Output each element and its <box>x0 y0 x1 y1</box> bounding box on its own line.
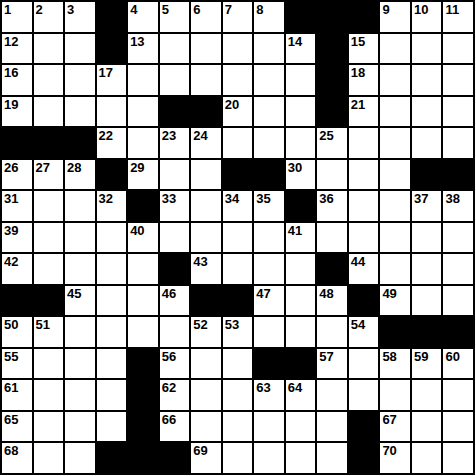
cell-r6c10[interactable]: 30 <box>286 160 316 190</box>
cell-r14c15[interactable] <box>443 412 473 442</box>
cell-r15c8[interactable] <box>223 443 253 473</box>
cell-r5c14[interactable] <box>412 128 442 158</box>
cell-r9c7[interactable]: 43 <box>191 254 221 284</box>
cell-r15c7[interactable]: 69 <box>191 443 221 473</box>
cell-r5c6[interactable]: 23 <box>160 128 190 158</box>
cell-r9c4[interactable] <box>97 254 127 284</box>
cell-r14c2[interactable] <box>34 412 64 442</box>
black-cell-r2c11 <box>317 34 347 64</box>
cell-r13c1[interactable]: 61 <box>2 380 32 410</box>
cell-r13c4[interactable] <box>97 380 127 410</box>
cell-r12c1[interactable]: 55 <box>2 349 32 379</box>
cell-r5c4[interactable]: 22 <box>97 128 127 158</box>
cell-r13c3[interactable] <box>65 380 95 410</box>
cell-r11c10[interactable] <box>286 317 316 347</box>
clue-number: 66 <box>162 412 176 427</box>
crossword-puzzle: 1234567891011121314151617181920212223242… <box>0 0 475 475</box>
black-cell-r12c5 <box>128 349 158 379</box>
cell-r14c11[interactable] <box>317 412 347 442</box>
cell-r2c5[interactable]: 13 <box>128 34 158 64</box>
cell-r2c1[interactable]: 12 <box>2 34 32 64</box>
cell-r5c9[interactable] <box>254 128 284 158</box>
black-cell-r10c7 <box>191 286 221 316</box>
black-cell-r1c12 <box>349 2 379 32</box>
cell-r3c5[interactable] <box>128 65 158 95</box>
cell-r10c4[interactable] <box>97 286 127 316</box>
clue-number: 61 <box>4 380 18 395</box>
clue-number: 41 <box>288 223 302 238</box>
clue-number: 12 <box>4 34 18 49</box>
black-cell-r4c11 <box>317 97 347 127</box>
cell-r8c14[interactable] <box>412 223 442 253</box>
cell-r14c13[interactable]: 67 <box>380 412 410 442</box>
cell-r3c2[interactable] <box>34 65 64 95</box>
cell-r4c10[interactable] <box>286 97 316 127</box>
clue-number: 29 <box>130 160 144 175</box>
cell-r14c10[interactable] <box>286 412 316 442</box>
cell-r4c4[interactable] <box>97 97 127 127</box>
black-cell-r15c5 <box>128 443 158 473</box>
clue-number: 21 <box>351 97 365 112</box>
black-cell-r11c13 <box>380 317 410 347</box>
clue-number: 50 <box>4 317 18 332</box>
cell-r15c2[interactable] <box>34 443 64 473</box>
black-cell-r14c5 <box>128 412 158 442</box>
cell-r10c10[interactable] <box>286 286 316 316</box>
cell-r11c6[interactable] <box>160 317 190 347</box>
clue-number: 3 <box>67 2 74 17</box>
clue-number: 69 <box>193 443 207 458</box>
cell-r10c3[interactable]: 45 <box>65 286 95 316</box>
cell-r13c8[interactable] <box>223 380 253 410</box>
cell-r3c3[interactable] <box>65 65 95 95</box>
cell-r7c8[interactable]: 34 <box>223 191 253 221</box>
cell-r9c2[interactable] <box>34 254 64 284</box>
cell-r15c13[interactable]: 70 <box>380 443 410 473</box>
cell-r14c3[interactable] <box>65 412 95 442</box>
cell-r3c13[interactable] <box>380 65 410 95</box>
clue-number: 70 <box>382 443 396 458</box>
cell-r9c8[interactable] <box>223 254 253 284</box>
cell-r6c5[interactable]: 29 <box>128 160 158 190</box>
cell-r11c2[interactable]: 51 <box>34 317 64 347</box>
cell-r7c15[interactable]: 38 <box>443 191 473 221</box>
black-cell-r10c1 <box>2 286 32 316</box>
clue-number: 23 <box>162 128 176 143</box>
clue-number: 40 <box>130 223 144 238</box>
clue-number: 48 <box>319 286 333 301</box>
cell-r12c8[interactable] <box>223 349 253 379</box>
cell-r14c8[interactable] <box>223 412 253 442</box>
cell-r6c12[interactable] <box>349 160 379 190</box>
clue-number: 22 <box>99 128 113 143</box>
clue-number: 4 <box>130 2 137 17</box>
cell-r1c3[interactable]: 3 <box>65 2 95 32</box>
cell-r5c5[interactable] <box>128 128 158 158</box>
cell-r2c15[interactable] <box>443 34 473 64</box>
black-cell-r15c4 <box>97 443 127 473</box>
clue-number: 33 <box>162 191 176 206</box>
black-cell-r9c6 <box>160 254 190 284</box>
cell-r3c10[interactable] <box>286 65 316 95</box>
cell-r9c9[interactable] <box>254 254 284 284</box>
clue-number: 32 <box>99 191 113 206</box>
clue-number: 43 <box>193 254 207 269</box>
cell-r12c3[interactable] <box>65 349 95 379</box>
black-cell-r5c1 <box>2 128 32 158</box>
clue-number: 6 <box>193 2 200 17</box>
cell-r12c7[interactable] <box>191 349 221 379</box>
cell-r8c12[interactable] <box>349 223 379 253</box>
clue-number: 38 <box>445 191 459 206</box>
cell-r4c15[interactable] <box>443 97 473 127</box>
clue-number: 13 <box>130 34 144 49</box>
cell-r11c4[interactable] <box>97 317 127 347</box>
cell-r14c4[interactable] <box>97 412 127 442</box>
clue-number: 53 <box>225 317 239 332</box>
cell-r4c8[interactable]: 20 <box>223 97 253 127</box>
cell-r2c3[interactable] <box>65 34 95 64</box>
cell-r5c15[interactable] <box>443 128 473 158</box>
cell-r5c7[interactable]: 24 <box>191 128 221 158</box>
crossword-grid: 1234567891011121314151617181920212223242… <box>0 0 475 475</box>
clue-number: 7 <box>225 2 232 17</box>
cell-r2c7[interactable] <box>191 34 221 64</box>
clue-number: 55 <box>4 349 18 364</box>
clue-number: 58 <box>382 349 396 364</box>
cell-r2c6[interactable] <box>160 34 190 64</box>
clue-number: 67 <box>382 412 396 427</box>
black-cell-r15c6 <box>160 443 190 473</box>
cell-r12c12[interactable] <box>349 349 379 379</box>
cell-r2c10[interactable]: 14 <box>286 34 316 64</box>
cell-r11c5[interactable] <box>128 317 158 347</box>
black-cell-r4c6 <box>160 97 190 127</box>
cell-r12c15[interactable]: 60 <box>443 349 473 379</box>
cell-r10c6[interactable]: 46 <box>160 286 190 316</box>
cell-r1c2[interactable]: 2 <box>34 2 64 32</box>
cell-r5c8[interactable] <box>223 128 253 158</box>
black-cell-r10c8 <box>223 286 253 316</box>
cell-r11c7[interactable]: 52 <box>191 317 221 347</box>
clue-number: 59 <box>414 349 428 364</box>
cell-r15c9[interactable] <box>254 443 284 473</box>
black-cell-r10c2 <box>34 286 64 316</box>
cell-r9c1[interactable]: 42 <box>2 254 32 284</box>
cell-r8c1[interactable]: 39 <box>2 223 32 253</box>
cell-r10c15[interactable] <box>443 286 473 316</box>
cell-r7c11[interactable]: 36 <box>317 191 347 221</box>
clue-number: 8 <box>256 2 263 17</box>
black-cell-r1c11 <box>317 2 347 32</box>
cell-r3c6[interactable] <box>160 65 190 95</box>
cell-r1c1[interactable]: 1 <box>2 2 32 32</box>
cell-r3c8[interactable] <box>223 65 253 95</box>
cell-r6c2[interactable]: 27 <box>34 160 64 190</box>
cell-r8c6[interactable] <box>160 223 190 253</box>
cell-r12c13[interactable]: 58 <box>380 349 410 379</box>
black-cell-r6c8 <box>223 160 253 190</box>
clue-number: 54 <box>351 317 365 332</box>
black-cell-r5c3 <box>65 128 95 158</box>
clue-number: 18 <box>351 65 365 80</box>
cell-r10c11[interactable]: 48 <box>317 286 347 316</box>
black-cell-r9c11 <box>317 254 347 284</box>
cell-r9c13[interactable] <box>380 254 410 284</box>
clue-number: 64 <box>288 380 302 395</box>
clue-number: 51 <box>36 317 50 332</box>
cell-r10c14[interactable] <box>412 286 442 316</box>
cell-r2c2[interactable] <box>34 34 64 64</box>
cell-r12c2[interactable] <box>34 349 64 379</box>
clue-number: 25 <box>319 128 333 143</box>
cell-r11c1[interactable]: 50 <box>2 317 32 347</box>
cell-r14c14[interactable] <box>412 412 442 442</box>
clue-number: 47 <box>256 286 270 301</box>
cell-r12c4[interactable] <box>97 349 127 379</box>
cell-r3c7[interactable] <box>191 65 221 95</box>
cell-r2c8[interactable] <box>223 34 253 64</box>
cell-r2c13[interactable] <box>380 34 410 64</box>
clue-number: 27 <box>36 160 50 175</box>
cell-r15c10[interactable] <box>286 443 316 473</box>
cell-r8c2[interactable] <box>34 223 64 253</box>
cell-r13c11[interactable] <box>317 380 347 410</box>
cell-r3c1[interactable]: 16 <box>2 65 32 95</box>
black-cell-r2c4 <box>97 34 127 64</box>
clue-number: 65 <box>4 412 18 427</box>
cell-r15c1[interactable]: 68 <box>2 443 32 473</box>
clue-number: 11 <box>445 2 459 17</box>
black-cell-r13c5 <box>128 380 158 410</box>
clue-number: 2 <box>36 2 43 17</box>
cell-r13c12[interactable] <box>349 380 379 410</box>
cell-r13c2[interactable] <box>34 380 64 410</box>
clue-number: 52 <box>193 317 207 332</box>
cell-r4c9[interactable] <box>254 97 284 127</box>
cell-r15c15[interactable] <box>443 443 473 473</box>
black-cell-r6c14 <box>412 160 442 190</box>
cell-r11c9[interactable] <box>254 317 284 347</box>
cell-r12c6[interactable]: 56 <box>160 349 190 379</box>
cell-r5c10[interactable] <box>286 128 316 158</box>
cell-r8c15[interactable] <box>443 223 473 253</box>
clue-number: 15 <box>351 34 365 49</box>
black-cell-r6c4 <box>97 160 127 190</box>
cell-r1c7[interactable]: 6 <box>191 2 221 32</box>
cell-r6c3[interactable]: 28 <box>65 160 95 190</box>
cell-r5c11[interactable]: 25 <box>317 128 347 158</box>
black-cell-r7c5 <box>128 191 158 221</box>
cell-r7c12[interactable] <box>349 191 379 221</box>
cell-r3c9[interactable] <box>254 65 284 95</box>
cell-r1c6[interactable]: 5 <box>160 2 190 32</box>
clue-number: 24 <box>193 128 207 143</box>
cell-r8c9[interactable] <box>254 223 284 253</box>
cell-r1c8[interactable]: 7 <box>223 2 253 32</box>
clue-number: 57 <box>319 349 333 364</box>
cell-r11c11[interactable] <box>317 317 347 347</box>
black-cell-r7c10 <box>286 191 316 221</box>
cell-r11c8[interactable]: 53 <box>223 317 253 347</box>
cell-r4c3[interactable] <box>65 97 95 127</box>
clue-number: 46 <box>162 286 176 301</box>
cell-r8c8[interactable] <box>223 223 253 253</box>
clue-number: 49 <box>382 286 396 301</box>
cell-r15c11[interactable] <box>317 443 347 473</box>
black-cell-r5c2 <box>34 128 64 158</box>
clue-number: 17 <box>99 65 113 80</box>
cell-r12c14[interactable]: 59 <box>412 349 442 379</box>
cell-r1c13[interactable]: 9 <box>380 2 410 32</box>
clue-number: 36 <box>319 191 333 206</box>
cell-r3c12[interactable]: 18 <box>349 65 379 95</box>
black-cell-r6c15 <box>443 160 473 190</box>
clue-number: 30 <box>288 160 302 175</box>
clue-number: 1 <box>4 2 11 17</box>
cell-r13c9[interactable]: 63 <box>254 380 284 410</box>
cell-r11c3[interactable] <box>65 317 95 347</box>
cell-r6c1[interactable]: 26 <box>2 160 32 190</box>
black-cell-r6c9 <box>254 160 284 190</box>
cell-r13c14[interactable] <box>412 380 442 410</box>
clue-number: 42 <box>4 254 18 269</box>
cell-r4c12[interactable]: 21 <box>349 97 379 127</box>
cell-r7c14[interactable]: 37 <box>412 191 442 221</box>
cell-r7c2[interactable] <box>34 191 64 221</box>
cell-r3c14[interactable] <box>412 65 442 95</box>
cell-r4c2[interactable] <box>34 97 64 127</box>
cell-r7c9[interactable]: 35 <box>254 191 284 221</box>
cell-r15c14[interactable] <box>412 443 442 473</box>
cell-r9c14[interactable] <box>412 254 442 284</box>
black-cell-r10c12 <box>349 286 379 316</box>
clue-number: 9 <box>382 2 389 17</box>
cell-r7c3[interactable] <box>65 191 95 221</box>
cell-r7c7[interactable] <box>191 191 221 221</box>
clue-number: 16 <box>4 65 18 80</box>
cell-r14c7[interactable] <box>191 412 221 442</box>
cell-r8c11[interactable] <box>317 223 347 253</box>
clue-number: 60 <box>445 349 459 364</box>
black-cell-r3c11 <box>317 65 347 95</box>
cell-r2c9[interactable] <box>254 34 284 64</box>
black-cell-r11c14 <box>412 317 442 347</box>
cell-r10c13[interactable]: 49 <box>380 286 410 316</box>
cell-r7c6[interactable]: 33 <box>160 191 190 221</box>
black-cell-r15c12 <box>349 443 379 473</box>
cell-r13c7[interactable] <box>191 380 221 410</box>
black-cell-r4c7 <box>191 97 221 127</box>
black-cell-r1c4 <box>97 2 127 32</box>
clue-number: 34 <box>225 191 239 206</box>
clue-number: 5 <box>162 2 169 17</box>
cell-r7c13[interactable] <box>380 191 410 221</box>
clue-number: 26 <box>4 160 18 175</box>
clue-number: 19 <box>4 97 18 112</box>
cell-r7c1[interactable]: 31 <box>2 191 32 221</box>
cell-r4c1[interactable]: 19 <box>2 97 32 127</box>
cell-r7c4[interactable]: 32 <box>97 191 127 221</box>
cell-r6c6[interactable] <box>160 160 190 190</box>
cell-r8c3[interactable] <box>65 223 95 253</box>
clue-number: 20 <box>225 97 239 112</box>
clue-number: 45 <box>67 286 81 301</box>
cell-r13c13[interactable] <box>380 380 410 410</box>
cell-r12c11[interactable]: 57 <box>317 349 347 379</box>
cell-r6c7[interactable] <box>191 160 221 190</box>
clue-number: 68 <box>4 443 18 458</box>
cell-r1c14[interactable]: 10 <box>412 2 442 32</box>
cell-r1c9[interactable]: 8 <box>254 2 284 32</box>
cell-r13c10[interactable]: 64 <box>286 380 316 410</box>
cell-r14c9[interactable] <box>254 412 284 442</box>
cell-r2c14[interactable] <box>412 34 442 64</box>
cell-r4c14[interactable] <box>412 97 442 127</box>
black-cell-r12c9 <box>254 349 284 379</box>
cell-r1c5[interactable]: 4 <box>128 2 158 32</box>
cell-r1c15[interactable]: 11 <box>443 2 473 32</box>
cell-r6c13[interactable] <box>380 160 410 190</box>
clue-number: 62 <box>162 380 176 395</box>
cell-r8c7[interactable] <box>191 223 221 253</box>
cell-r13c15[interactable] <box>443 380 473 410</box>
clue-number: 31 <box>4 191 18 206</box>
cell-r3c15[interactable] <box>443 65 473 95</box>
cell-r8c10[interactable]: 41 <box>286 223 316 253</box>
cell-r4c5[interactable] <box>128 97 158 127</box>
black-cell-r12c10 <box>286 349 316 379</box>
cell-r13c6[interactable]: 62 <box>160 380 190 410</box>
clue-number: 10 <box>414 2 428 17</box>
cell-r2c12[interactable]: 15 <box>349 34 379 64</box>
cell-r9c15[interactable] <box>443 254 473 284</box>
cell-r5c13[interactable] <box>380 128 410 158</box>
clue-number: 44 <box>351 254 365 269</box>
clue-number: 56 <box>162 349 176 364</box>
black-cell-r1c10 <box>286 2 316 32</box>
cell-r6c11[interactable] <box>317 160 347 190</box>
clue-number: 63 <box>256 380 270 395</box>
cell-r9c3[interactable] <box>65 254 95 284</box>
cell-r14c6[interactable]: 66 <box>160 412 190 442</box>
cell-r8c4[interactable] <box>97 223 127 253</box>
cell-r14c1[interactable]: 65 <box>2 412 32 442</box>
cell-r15c3[interactable] <box>65 443 95 473</box>
clue-number: 37 <box>414 191 428 206</box>
cell-r5c12[interactable] <box>349 128 379 158</box>
clue-number: 35 <box>256 191 270 206</box>
cell-r9c10[interactable] <box>286 254 316 284</box>
cell-r10c5[interactable] <box>128 286 158 316</box>
cell-r9c12[interactable]: 44 <box>349 254 379 284</box>
cell-r8c5[interactable]: 40 <box>128 223 158 253</box>
black-cell-r11c15 <box>443 317 473 347</box>
black-cell-r14c12 <box>349 412 379 442</box>
cell-r11c12[interactable]: 54 <box>349 317 379 347</box>
cell-r10c9[interactable]: 47 <box>254 286 284 316</box>
cell-r3c4[interactable]: 17 <box>97 65 127 95</box>
cell-r8c13[interactable] <box>380 223 410 253</box>
clue-number: 39 <box>4 223 18 238</box>
clue-number: 14 <box>288 34 302 49</box>
cell-r9c5[interactable] <box>128 254 158 284</box>
clue-number: 28 <box>67 160 81 175</box>
cell-r4c13[interactable] <box>380 97 410 127</box>
